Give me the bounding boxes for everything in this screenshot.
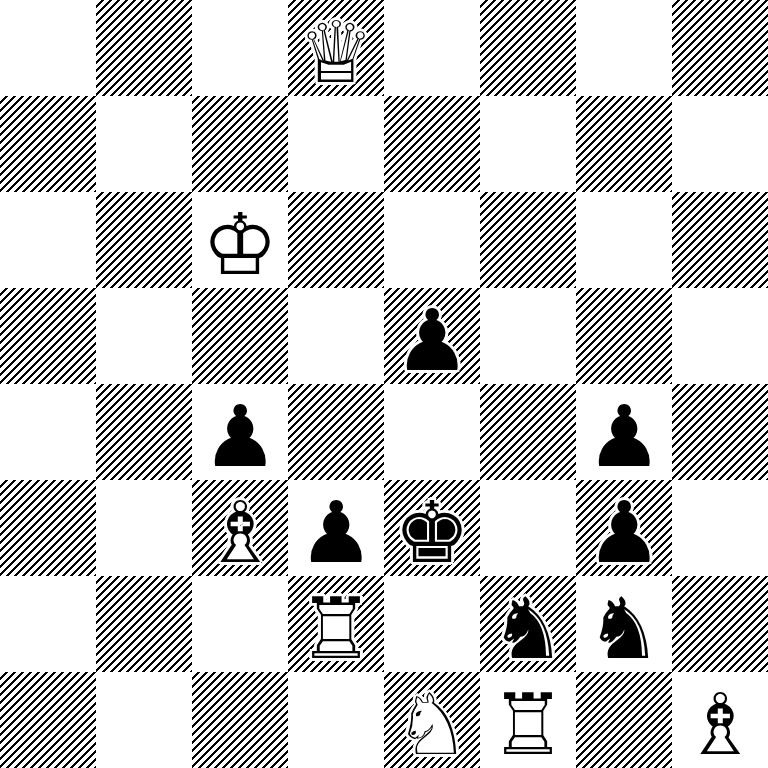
black-pawn[interactable]: ♟♟	[288, 480, 384, 576]
square-d4[interactable]	[288, 384, 384, 480]
square-g5[interactable]	[576, 288, 672, 384]
black-knight[interactable]: ♞♞	[480, 576, 576, 672]
square-e1[interactable]: ♞♘	[384, 672, 480, 768]
black-pawn[interactable]: ♟♟	[192, 384, 288, 480]
piece-outline-layer: ♘	[384, 676, 480, 768]
black-pawn[interactable]: ♟♟	[384, 288, 480, 384]
square-e3[interactable]: ♚♚	[384, 480, 480, 576]
square-h5[interactable]	[672, 288, 768, 384]
square-g8[interactable]	[576, 0, 672, 96]
square-c2[interactable]	[192, 576, 288, 672]
square-d6[interactable]	[288, 192, 384, 288]
square-g6[interactable]	[576, 192, 672, 288]
white-queen[interactable]: ♛♕	[288, 0, 384, 96]
square-c8[interactable]	[192, 0, 288, 96]
square-f1[interactable]: ♜♖	[480, 672, 576, 768]
black-pawn[interactable]: ♟♟	[576, 480, 672, 576]
square-f5[interactable]	[480, 288, 576, 384]
square-c3[interactable]: ♝♗	[192, 480, 288, 576]
square-d8[interactable]: ♛♕	[288, 0, 384, 96]
piece-outline-layer: ♖	[288, 580, 384, 672]
square-h1[interactable]: ♝♗	[672, 672, 768, 768]
piece-outline-layer: ♟	[384, 292, 480, 384]
piece-outline-layer: ♟	[576, 484, 672, 576]
square-b5[interactable]	[96, 288, 192, 384]
piece-outline-layer: ♟	[576, 388, 672, 480]
square-d2[interactable]: ♜♖	[288, 576, 384, 672]
white-bishop[interactable]: ♝♗	[192, 480, 288, 576]
square-f6[interactable]	[480, 192, 576, 288]
square-e7[interactable]	[384, 96, 480, 192]
square-b4[interactable]	[96, 384, 192, 480]
piece-outline-layer: ♞	[576, 580, 672, 672]
white-bishop[interactable]: ♝♗	[672, 672, 768, 768]
piece-outline-layer: ♚	[384, 484, 480, 576]
square-d7[interactable]	[288, 96, 384, 192]
square-a7[interactable]	[0, 96, 96, 192]
black-pawn[interactable]: ♟♟	[576, 384, 672, 480]
square-c6[interactable]: ♚♔	[192, 192, 288, 288]
white-king[interactable]: ♚♔	[192, 192, 288, 288]
square-f4[interactable]	[480, 384, 576, 480]
square-e8[interactable]	[384, 0, 480, 96]
square-f3[interactable]	[480, 480, 576, 576]
square-g1[interactable]	[576, 672, 672, 768]
square-h4[interactable]	[672, 384, 768, 480]
square-c5[interactable]	[192, 288, 288, 384]
square-a8[interactable]	[0, 0, 96, 96]
black-king[interactable]: ♚♚	[384, 480, 480, 576]
black-knight[interactable]: ♞♞	[576, 576, 672, 672]
piece-outline-layer: ♔	[192, 196, 288, 288]
white-rook[interactable]: ♜♖	[480, 672, 576, 768]
piece-outline-layer: ♟	[192, 388, 288, 480]
square-h3[interactable]	[672, 480, 768, 576]
square-g2[interactable]: ♞♞	[576, 576, 672, 672]
white-knight[interactable]: ♞♘	[384, 672, 480, 768]
chess-board: ♛♕♚♔♟♟♟♟♟♟♝♗♟♟♚♚♟♟♜♖♞♞♞♞♞♘♜♖♝♗	[0, 0, 768, 768]
square-h8[interactable]	[672, 0, 768, 96]
square-c1[interactable]	[192, 672, 288, 768]
square-a2[interactable]	[0, 576, 96, 672]
square-d1[interactable]	[288, 672, 384, 768]
square-g7[interactable]	[576, 96, 672, 192]
square-b8[interactable]	[96, 0, 192, 96]
square-f7[interactable]	[480, 96, 576, 192]
square-h6[interactable]	[672, 192, 768, 288]
square-b7[interactable]	[96, 96, 192, 192]
square-a5[interactable]	[0, 288, 96, 384]
piece-outline-layer: ♕	[288, 4, 384, 96]
square-a6[interactable]	[0, 192, 96, 288]
piece-outline-layer: ♗	[672, 676, 768, 768]
piece-outline-layer: ♟	[288, 484, 384, 576]
piece-outline-layer: ♗	[192, 484, 288, 576]
square-f8[interactable]	[480, 0, 576, 96]
square-g4[interactable]: ♟♟	[576, 384, 672, 480]
square-c7[interactable]	[192, 96, 288, 192]
square-b1[interactable]	[96, 672, 192, 768]
square-e5[interactable]: ♟♟	[384, 288, 480, 384]
white-rook[interactable]: ♜♖	[288, 576, 384, 672]
piece-outline-layer: ♞	[480, 580, 576, 672]
piece-outline-layer: ♖	[480, 676, 576, 768]
square-d3[interactable]: ♟♟	[288, 480, 384, 576]
square-c4[interactable]: ♟♟	[192, 384, 288, 480]
square-e4[interactable]	[384, 384, 480, 480]
square-d5[interactable]	[288, 288, 384, 384]
square-g3[interactable]: ♟♟	[576, 480, 672, 576]
square-b3[interactable]	[96, 480, 192, 576]
square-e2[interactable]	[384, 576, 480, 672]
square-a3[interactable]	[0, 480, 96, 576]
square-h7[interactable]	[672, 96, 768, 192]
square-a4[interactable]	[0, 384, 96, 480]
square-b2[interactable]	[96, 576, 192, 672]
square-f2[interactable]: ♞♞	[480, 576, 576, 672]
square-b6[interactable]	[96, 192, 192, 288]
square-h2[interactable]	[672, 576, 768, 672]
square-e6[interactable]	[384, 192, 480, 288]
square-a1[interactable]	[0, 672, 96, 768]
